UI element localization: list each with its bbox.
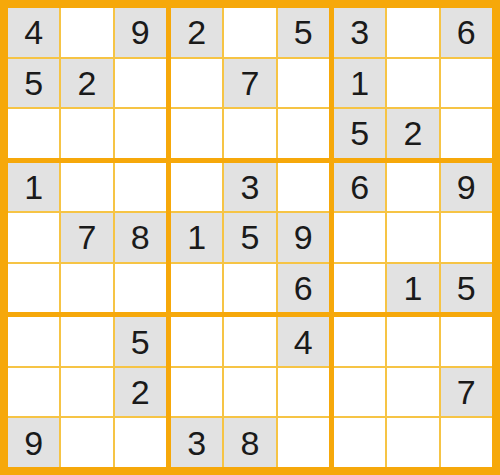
sudoku-cell-r3c5[interactable]: [224, 109, 275, 158]
sudoku-cell-r5c4: 1: [171, 213, 222, 262]
sudoku-cell-r2c4[interactable]: [171, 59, 222, 108]
sudoku-cell-r1c9: 6: [441, 8, 492, 57]
sudoku-cell-r3c4[interactable]: [171, 109, 222, 158]
sudoku-cell-r2c9[interactable]: [441, 59, 492, 108]
sudoku-cell-r4c4[interactable]: [171, 163, 222, 212]
sudoku-cell-r7c7[interactable]: [334, 317, 385, 366]
sudoku-cell-r2c2: 2: [61, 59, 112, 108]
sudoku-cell-r6c9: 5: [441, 264, 492, 313]
sudoku-cell-r4c6[interactable]: [278, 163, 329, 212]
sudoku-cell-r1c1: 4: [8, 8, 59, 57]
sudoku-cell-r5c5: 5: [224, 213, 275, 262]
sudoku-cell-r1c4: 2: [171, 8, 222, 57]
sudoku-cell-r1c7: 3: [334, 8, 385, 57]
sudoku-cell-r6c2[interactable]: [61, 264, 112, 313]
sudoku-cell-r2c6[interactable]: [278, 59, 329, 108]
sudoku-cell-r4c1: 1: [8, 163, 59, 212]
sudoku-cell-r6c8: 1: [387, 264, 438, 313]
sudoku-box-2-2: 7: [334, 317, 492, 467]
sudoku-cell-r5c8[interactable]: [387, 213, 438, 262]
sudoku-cell-r1c3: 9: [115, 8, 166, 57]
sudoku-cell-r4c5: 3: [224, 163, 275, 212]
sudoku-cell-r3c1[interactable]: [8, 109, 59, 158]
sudoku-cell-r9c4: 3: [171, 418, 222, 467]
sudoku-cell-r5c1[interactable]: [8, 213, 59, 262]
sudoku-cell-r8c8[interactable]: [387, 368, 438, 417]
sudoku-cell-r9c1: 9: [8, 418, 59, 467]
sudoku-cell-r9c6[interactable]: [278, 418, 329, 467]
sudoku-cell-r7c9[interactable]: [441, 317, 492, 366]
sudoku-cell-r9c7[interactable]: [334, 418, 385, 467]
sudoku-cell-r9c3[interactable]: [115, 418, 166, 467]
sudoku-box-1-0: 178: [8, 163, 166, 313]
sudoku-cell-r2c5: 7: [224, 59, 275, 108]
sudoku-cell-r4c9: 9: [441, 163, 492, 212]
sudoku-cell-r4c7: 6: [334, 163, 385, 212]
sudoku-box-2-1: 438: [171, 317, 329, 467]
sudoku-cell-r8c4[interactable]: [171, 368, 222, 417]
sudoku-cell-r4c3[interactable]: [115, 163, 166, 212]
sudoku-cell-r3c8: 2: [387, 109, 438, 158]
sudoku-cell-r8c9: 7: [441, 368, 492, 417]
sudoku-cell-r6c1[interactable]: [8, 264, 59, 313]
sudoku-cell-r2c8[interactable]: [387, 59, 438, 108]
sudoku-cell-r3c2[interactable]: [61, 109, 112, 158]
sudoku-cell-r3c3[interactable]: [115, 109, 166, 158]
sudoku-board: 4952257361521783159669155294387: [0, 0, 500, 475]
sudoku-cell-r7c6: 4: [278, 317, 329, 366]
sudoku-cell-r1c8[interactable]: [387, 8, 438, 57]
sudoku-cell-r2c7: 1: [334, 59, 385, 108]
sudoku-cell-r6c4[interactable]: [171, 264, 222, 313]
sudoku-cell-r9c9[interactable]: [441, 418, 492, 467]
sudoku-cell-r7c3: 5: [115, 317, 166, 366]
sudoku-cell-r5c2: 7: [61, 213, 112, 262]
sudoku-cell-r1c5[interactable]: [224, 8, 275, 57]
sudoku-cell-r9c8[interactable]: [387, 418, 438, 467]
sudoku-cell-r8c3: 2: [115, 368, 166, 417]
sudoku-cell-r9c5: 8: [224, 418, 275, 467]
sudoku-box-0-1: 257: [171, 8, 329, 158]
sudoku-cell-r3c7: 5: [334, 109, 385, 158]
sudoku-cell-r8c7[interactable]: [334, 368, 385, 417]
sudoku-cell-r1c6: 5: [278, 8, 329, 57]
sudoku-cell-r8c2[interactable]: [61, 368, 112, 417]
sudoku-cell-r9c2[interactable]: [61, 418, 112, 467]
sudoku-box-1-2: 6915: [334, 163, 492, 313]
sudoku-cell-r8c6[interactable]: [278, 368, 329, 417]
sudoku-cell-r7c4[interactable]: [171, 317, 222, 366]
sudoku-cell-r2c1: 5: [8, 59, 59, 108]
sudoku-box-2-0: 529: [8, 317, 166, 467]
sudoku-cell-r7c5[interactable]: [224, 317, 275, 366]
sudoku-cell-r6c7[interactable]: [334, 264, 385, 313]
sudoku-cell-r3c6[interactable]: [278, 109, 329, 158]
sudoku-cell-r5c6: 9: [278, 213, 329, 262]
sudoku-cell-r5c3: 8: [115, 213, 166, 262]
sudoku-cell-r4c2[interactable]: [61, 163, 112, 212]
sudoku-box-1-1: 31596: [171, 163, 329, 313]
sudoku-cell-r7c2[interactable]: [61, 317, 112, 366]
sudoku-cell-r5c9[interactable]: [441, 213, 492, 262]
sudoku-cell-r6c5[interactable]: [224, 264, 275, 313]
sudoku-cell-r8c5[interactable]: [224, 368, 275, 417]
sudoku-cell-r1c2[interactable]: [61, 8, 112, 57]
sudoku-cell-r5c7[interactable]: [334, 213, 385, 262]
sudoku-box-0-2: 36152: [334, 8, 492, 158]
sudoku-box-0-0: 4952: [8, 8, 166, 158]
sudoku-cell-r2c3[interactable]: [115, 59, 166, 108]
sudoku-cell-r8c1[interactable]: [8, 368, 59, 417]
sudoku-cell-r3c9[interactable]: [441, 109, 492, 158]
sudoku-cell-r6c6: 6: [278, 264, 329, 313]
sudoku-cell-r6c3[interactable]: [115, 264, 166, 313]
sudoku-cell-r4c8[interactable]: [387, 163, 438, 212]
sudoku-cell-r7c1[interactable]: [8, 317, 59, 366]
sudoku-cell-r7c8[interactable]: [387, 317, 438, 366]
